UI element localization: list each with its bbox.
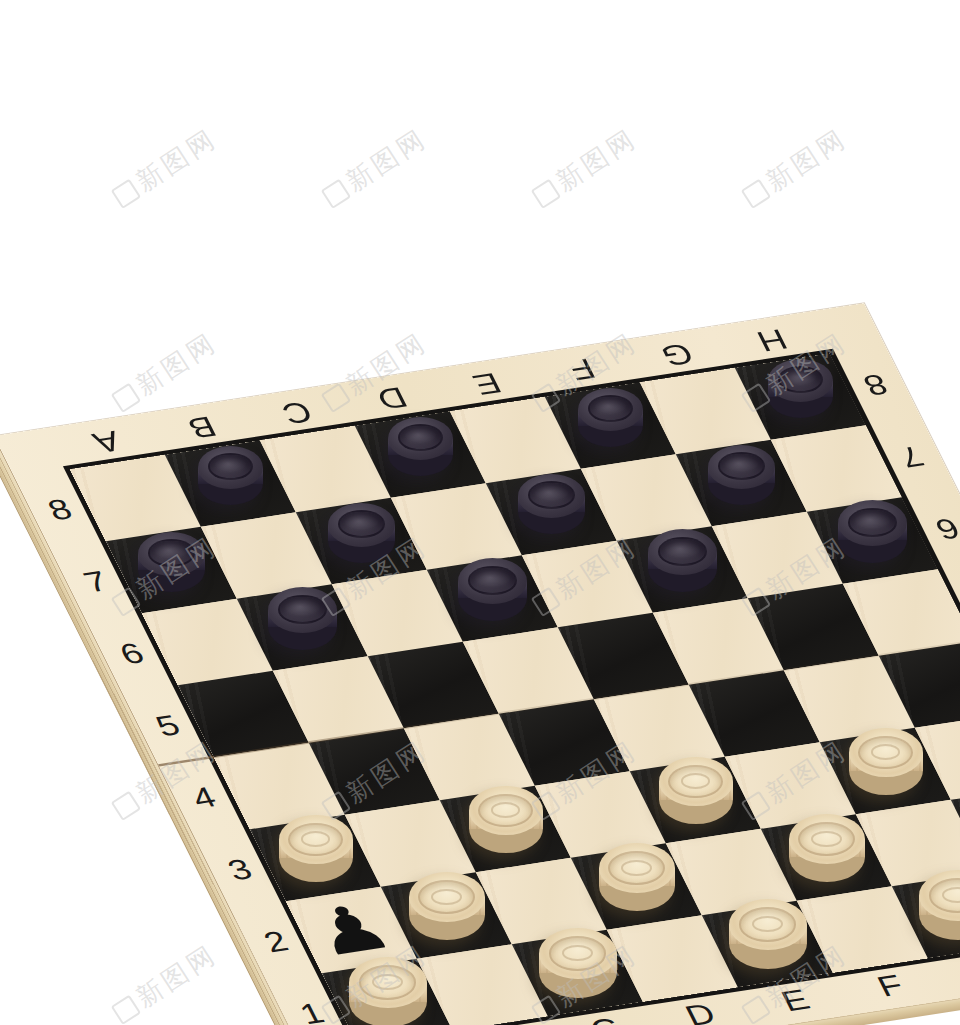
watermark-logo-icon xyxy=(110,382,140,412)
watermark-text: 新图网 xyxy=(130,325,225,403)
wooden-board: ♟ AA88BB77CC66DD55EE44FF33GG22HH11 xyxy=(0,303,960,1025)
watermark-logo-icon xyxy=(110,790,140,820)
watermark-logo-icon xyxy=(320,178,350,208)
watermark-text: 新图网 xyxy=(130,937,225,1015)
checkers-board-photo: ♟ AA88BB77CC66DD55EE44FF33GG22HH11 新图网新图… xyxy=(0,0,960,1025)
watermark-logo-icon xyxy=(740,178,770,208)
watermark-tile: 新图网 xyxy=(317,121,434,214)
watermark-text: 新图网 xyxy=(130,121,225,199)
watermark-text: 新图网 xyxy=(550,121,645,199)
watermark-tile: 新图网 xyxy=(527,121,644,214)
watermark-logo-icon xyxy=(110,994,140,1024)
watermark-tile: 新图网 xyxy=(107,121,224,214)
watermark-tile: 新图网 xyxy=(737,121,854,214)
watermark-text: 新图网 xyxy=(760,121,855,199)
watermark-logo-icon xyxy=(110,178,140,208)
watermark-tile: 新图网 xyxy=(107,937,224,1025)
watermark-logo-icon xyxy=(530,178,560,208)
playing-area: ♟ xyxy=(70,353,960,1025)
watermark-text: 新图网 xyxy=(340,121,435,199)
